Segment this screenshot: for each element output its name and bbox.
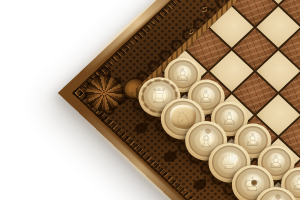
piece-glyph: ♙	[198, 86, 215, 107]
bishop-top-carving	[274, 193, 282, 200]
piece-glyph: ♙	[221, 108, 238, 129]
king-top-carving	[249, 178, 259, 187]
bishop-top-carving	[204, 127, 212, 134]
leaf-carving	[193, 179, 207, 191]
piece-glyph: ♙	[291, 174, 300, 195]
queen-top-carving	[227, 152, 241, 165]
leaf-carving	[163, 151, 177, 162]
piece-glyph: ♙	[244, 130, 261, 151]
chess-board: 5 6 ♜♞♝♛♚♝♞♜♟♟♟♟♟♟♟♟♙♙♙♙♙♙♙♙♖♘♗♕♔♗♘♖	[58, 0, 300, 200]
piece-glyph: ♙	[268, 152, 285, 173]
product-photo: 5 6 ♜♞♝♛♚♝♞♜♟♟♟♟♟♟♟♟♙♙♙♙♙♙♙♙♖♘♗♕♔♗♘♖	[0, 0, 300, 200]
piece-glyph: ♙	[174, 64, 191, 85]
rank-numeral: 5	[201, 4, 207, 13]
leaf-carving	[134, 123, 148, 134]
